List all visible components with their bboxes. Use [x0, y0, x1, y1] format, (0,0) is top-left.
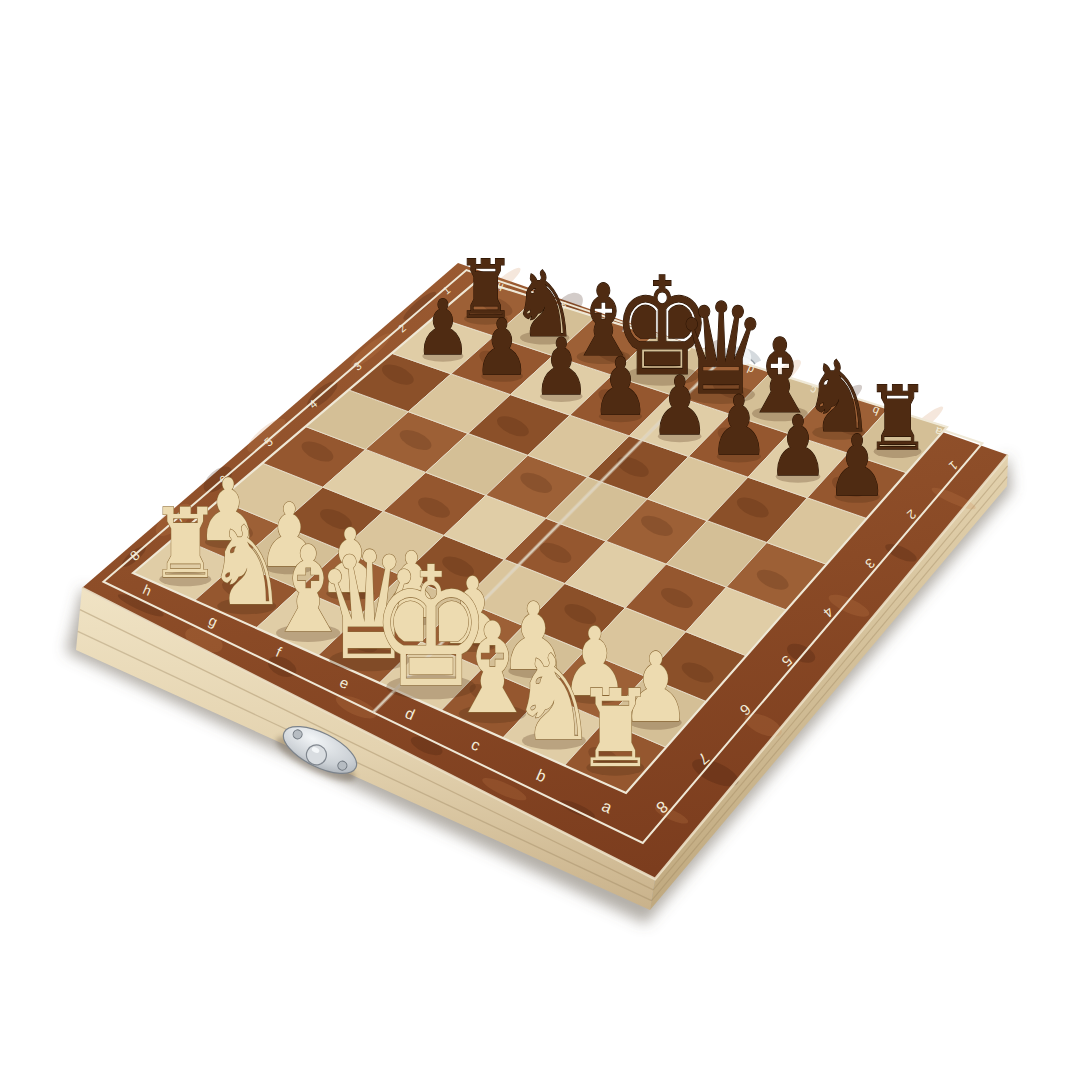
piece-light-rook-a8: ♜ — [576, 666, 655, 791]
piece-dark-pawn-b2: ♟ — [767, 398, 828, 494]
piece-dark-pawn-c2: ♟ — [709, 378, 769, 474]
piece-dark-pawn-a2: ♟ — [826, 417, 888, 514]
piece-dark-pawn-f2: ♟ — [533, 322, 590, 413]
piece-dark-pawn-g2: ♟ — [474, 303, 531, 393]
piece-dark-pawn-h2: ♟ — [415, 283, 471, 372]
piece-dark-pawn-e2: ♟ — [591, 341, 649, 433]
product-photo-stage: 87654321hgfedcbahgfedcba87654321 ♜♞♟♝♚♟♛… — [0, 0, 1080, 1080]
piece-dark-pawn-d2: ♟ — [650, 359, 710, 453]
chess-set-photo: 87654321hgfedcbahgfedcba87654321 ♜♞♟♝♚♟♛… — [0, 0, 1080, 1080]
